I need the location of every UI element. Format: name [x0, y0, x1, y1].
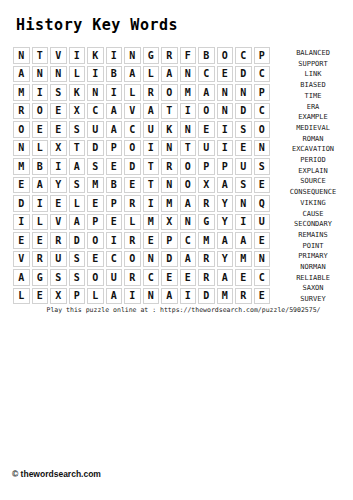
grid-cell[interactable]: E: [180, 269, 197, 286]
grid-cell[interactable]: I: [32, 195, 49, 212]
grid-cell[interactable]: R: [143, 84, 160, 101]
grid-cell[interactable]: O: [217, 47, 234, 64]
grid-cell[interactable]: R: [13, 103, 30, 120]
grid-cell[interactable]: D: [124, 158, 141, 175]
grid-cell[interactable]: R: [198, 251, 215, 268]
grid-cell[interactable]: C: [198, 66, 215, 83]
grid-cell[interactable]: E: [50, 121, 67, 138]
word-list-item: REMAINS: [276, 230, 350, 241]
grid-cell[interactable]: C: [124, 121, 141, 138]
grid-cell[interactable]: N: [254, 140, 271, 157]
grid-cell[interactable]: G: [32, 269, 49, 286]
grid-cell[interactable]: Y: [217, 214, 234, 231]
grid-cell[interactable]: V: [50, 214, 67, 231]
grid-cell[interactable]: A: [69, 214, 86, 231]
page-title: History Key Words: [16, 16, 178, 34]
grid-cell[interactable]: K: [87, 47, 104, 64]
grid-cell[interactable]: C: [254, 103, 271, 120]
grid-cell[interactable]: A: [13, 66, 30, 83]
grid-cell[interactable]: T: [143, 158, 160, 175]
word-list-item: SECONDARY: [276, 219, 350, 230]
grid-cell[interactable]: R: [124, 232, 141, 249]
grid-cell[interactable]: L: [87, 288, 104, 305]
grid-cell[interactable]: O: [32, 103, 49, 120]
grid-cell[interactable]: N: [87, 84, 104, 101]
grid-cell[interactable]: E: [106, 158, 123, 175]
grid-cell[interactable]: A: [13, 269, 30, 286]
grid-cell[interactable]: N: [13, 47, 30, 64]
grid-cell[interactable]: Y: [217, 251, 234, 268]
grid-cell[interactable]: I: [235, 214, 252, 231]
grid-cell[interactable]: V: [13, 251, 30, 268]
grid-cell[interactable]: M: [87, 177, 104, 194]
grid-cell[interactable]: G: [143, 47, 160, 64]
grid-cell[interactable]: E: [13, 177, 30, 194]
grid-cell[interactable]: P: [69, 288, 86, 305]
grid-cell[interactable]: U: [106, 269, 123, 286]
grid-cell[interactable]: N: [254, 251, 271, 268]
word-list-item: SUPPORT: [276, 59, 350, 70]
grid-cell[interactable]: D: [69, 232, 86, 249]
grid-cell[interactable]: R: [124, 195, 141, 212]
grid-cell[interactable]: E: [13, 232, 30, 249]
grid-cell[interactable]: N: [124, 47, 141, 64]
word-list-item: BALANCED: [276, 48, 350, 59]
grid-cell[interactable]: P: [106, 195, 123, 212]
grid-cell[interactable]: N: [50, 66, 67, 83]
grid-cell[interactable]: S: [235, 121, 252, 138]
word-list-item: TIME: [276, 91, 350, 102]
word-list-item: LINK: [276, 69, 350, 80]
grid-cell[interactable]: O: [180, 177, 197, 194]
grid-cell[interactable]: T: [161, 103, 178, 120]
grid-cell[interactable]: R: [32, 251, 49, 268]
grid-cell[interactable]: D: [235, 103, 252, 120]
grid-cell[interactable]: R: [198, 269, 215, 286]
grid-cell[interactable]: A: [161, 66, 178, 83]
grid-cell[interactable]: O: [124, 251, 141, 268]
grid-cell[interactable]: M: [161, 195, 178, 212]
grid-cell[interactable]: S: [50, 269, 67, 286]
word-list-item: EXPLAIN: [276, 166, 350, 177]
grid-cell[interactable]: I: [69, 47, 86, 64]
grid-cell[interactable]: P: [254, 84, 271, 101]
grid-cell[interactable]: L: [143, 66, 160, 83]
grid-cell[interactable]: K: [161, 121, 178, 138]
grid-cell[interactable]: N: [180, 66, 197, 83]
grid-cell[interactable]: U: [235, 158, 252, 175]
grid-cell[interactable]: T: [32, 47, 49, 64]
grid-cell[interactable]: L: [32, 214, 49, 231]
grid-cell[interactable]: V: [50, 47, 67, 64]
grid-cell[interactable]: I: [143, 195, 160, 212]
grid-cell[interactable]: E: [235, 269, 252, 286]
grid-cell[interactable]: S: [69, 121, 86, 138]
grid-cell[interactable]: B: [106, 177, 123, 194]
grid-cell[interactable]: A: [217, 232, 234, 249]
word-list-item: ERA: [276, 102, 350, 113]
grid-cell[interactable]: S: [69, 251, 86, 268]
grid-cell[interactable]: N: [217, 84, 234, 101]
grid-cell[interactable]: K: [69, 84, 86, 101]
grid-cell[interactable]: B: [198, 47, 215, 64]
word-list-item: EXCAVATION: [276, 144, 350, 155]
grid-cell[interactable]: E: [217, 66, 234, 83]
grid-cell[interactable]: I: [217, 121, 234, 138]
word-list-item: CONSEQUENCE: [276, 187, 350, 198]
grid-cell[interactable]: N: [180, 214, 197, 231]
grid-cell[interactable]: L: [69, 66, 86, 83]
word-search-grid: NTVIKINGRFBOCPANNLIBALANCEDCMISKNILROMAN…: [13, 47, 270, 304]
grid-cell[interactable]: E: [87, 195, 104, 212]
grid-cell[interactable]: C: [143, 269, 160, 286]
grid-cell[interactable]: P: [198, 158, 215, 175]
grid-cell[interactable]: A: [161, 288, 178, 305]
grid-cell[interactable]: E: [32, 288, 49, 305]
grid-cell[interactable]: E: [32, 121, 49, 138]
grid-cell[interactable]: M: [235, 251, 252, 268]
grid-cell[interactable]: S: [235, 177, 252, 194]
word-list-item: PERIOD: [276, 155, 350, 166]
word-list-item: NORMAN: [276, 262, 350, 273]
grid-cell[interactable]: A: [143, 103, 160, 120]
grid-cell[interactable]: X: [161, 214, 178, 231]
grid-cell[interactable]: Y: [217, 195, 234, 212]
grid-cell[interactable]: D: [87, 140, 104, 157]
grid-cell[interactable]: M: [13, 84, 30, 101]
word-list-item: CAUSE: [276, 209, 350, 220]
grid-cell[interactable]: O: [161, 84, 178, 101]
word-list-item: VIKING: [276, 198, 350, 209]
grid-cell[interactable]: A: [106, 103, 123, 120]
grid-cell[interactable]: O: [87, 232, 104, 249]
grid-cell[interactable]: P: [254, 47, 271, 64]
word-list-item: SAXON: [276, 283, 350, 294]
grid-cell[interactable]: A: [106, 288, 123, 305]
grid-cell[interactable]: D: [161, 251, 178, 268]
grid-cell[interactable]: N: [32, 66, 49, 83]
grid-cell[interactable]: T: [143, 177, 160, 194]
grid-cell[interactable]: I: [106, 84, 123, 101]
word-list-item: BIASED: [276, 80, 350, 91]
grid-cell[interactable]: O: [13, 121, 30, 138]
grid-cell[interactable]: I: [106, 47, 123, 64]
grid-cell[interactable]: M: [217, 288, 234, 305]
grid-cell[interactable]: E: [235, 140, 252, 157]
grid-cell[interactable]: P: [106, 140, 123, 157]
word-list-item: POINT: [276, 241, 350, 252]
grid-cell[interactable]: Y: [50, 177, 67, 194]
grid-cell[interactable]: C: [235, 47, 252, 64]
grid-cell[interactable]: R: [235, 288, 252, 305]
grid-cell[interactable]: M: [198, 232, 215, 249]
grid-cell[interactable]: D: [13, 195, 30, 212]
word-list-item: SOURCE: [276, 176, 350, 187]
grid-cell[interactable]: M: [13, 158, 30, 175]
word-list-item: EXAMPLE: [276, 112, 350, 123]
grid-cell[interactable]: E: [198, 121, 215, 138]
grid-cell[interactable]: E: [50, 195, 67, 212]
grid-cell[interactable]: E: [50, 103, 67, 120]
word-list-item: PRIMARY: [276, 251, 350, 262]
grid-cell[interactable]: Q: [254, 195, 271, 212]
grid-cell[interactable]: R: [161, 158, 178, 175]
grid-cell[interactable]: L: [69, 195, 86, 212]
grid-cell[interactable]: E: [143, 232, 160, 249]
word-list: BALANCEDSUPPORTLINKBIASEDTIMEERAEXAMPLEM…: [276, 48, 350, 305]
grid-cell[interactable]: I: [13, 214, 30, 231]
grid-cell[interactable]: E: [124, 177, 141, 194]
grid-cell[interactable]: O: [87, 269, 104, 286]
grid-cell[interactable]: M: [143, 214, 160, 231]
grid-cell[interactable]: C: [254, 66, 271, 83]
grid-cell[interactable]: A: [235, 232, 252, 249]
grid-cell[interactable]: A: [106, 121, 123, 138]
grid-cell[interactable]: A: [217, 269, 234, 286]
grid-cell[interactable]: U: [143, 121, 160, 138]
grid-cell[interactable]: R: [198, 195, 215, 212]
grid-cell[interactable]: U: [87, 121, 104, 138]
grid-cell[interactable]: N: [13, 140, 30, 157]
word-list-item: ROMAN: [276, 134, 350, 145]
grid-cell[interactable]: I: [180, 103, 197, 120]
grid-cell[interactable]: M: [180, 84, 197, 101]
copyright-text: © thewordsearch.com: [12, 469, 101, 479]
grid-cell[interactable]: O: [124, 140, 141, 157]
grid-cell[interactable]: S: [254, 158, 271, 175]
grid-cell[interactable]: C: [87, 103, 104, 120]
grid-cell[interactable]: A: [180, 195, 197, 212]
grid-cell[interactable]: I: [106, 232, 123, 249]
grid-cell[interactable]: R: [50, 232, 67, 249]
grid-cell[interactable]: A: [180, 251, 197, 268]
grid-cell[interactable]: N: [143, 251, 160, 268]
grid-cell[interactable]: X: [50, 140, 67, 157]
grid-cell[interactable]: A: [217, 177, 234, 194]
grid-cell[interactable]: U: [198, 140, 215, 157]
grid-cell[interactable]: N: [235, 84, 252, 101]
grid-cell[interactable]: O: [180, 158, 197, 175]
grid-cell[interactable]: P: [161, 232, 178, 249]
grid-cell[interactable]: V: [124, 103, 141, 120]
grid-cell[interactable]: L: [13, 288, 30, 305]
grid-cell[interactable]: S: [69, 177, 86, 194]
grid-cell[interactable]: U: [50, 251, 67, 268]
grid-cell[interactable]: N: [161, 140, 178, 157]
grid-cell[interactable]: C: [180, 232, 197, 249]
grid-cell[interactable]: O: [254, 121, 271, 138]
grid-cell[interactable]: P: [87, 214, 104, 231]
grid-cell[interactable]: A: [124, 66, 141, 83]
grid-cell[interactable]: T: [69, 140, 86, 157]
grid-cell[interactable]: X: [50, 288, 67, 305]
grid-cell[interactable]: E: [254, 177, 271, 194]
grid-cell[interactable]: B: [106, 66, 123, 83]
grid-cell[interactable]: T: [180, 140, 197, 157]
grid-cell[interactable]: A: [32, 177, 49, 194]
grid-cell[interactable]: R: [161, 47, 178, 64]
grid-cell[interactable]: E: [161, 269, 178, 286]
grid-cell[interactable]: E: [254, 232, 271, 249]
grid-cell[interactable]: E: [32, 232, 49, 249]
grid-cell[interactable]: L: [32, 140, 49, 157]
grid-cell[interactable]: C: [254, 269, 271, 286]
grid-cell[interactable]: O: [198, 103, 215, 120]
grid-cell[interactable]: I: [87, 66, 104, 83]
grid-cell[interactable]: N: [180, 121, 197, 138]
grid-cell[interactable]: I: [32, 84, 49, 101]
play-online-text: Play this puzzle online at : https://the…: [0, 306, 353, 314]
grid-cell[interactable]: A: [69, 158, 86, 175]
grid-cell[interactable]: I: [217, 140, 234, 157]
grid-cell[interactable]: N: [143, 288, 160, 305]
grid-cell[interactable]: A: [198, 84, 215, 101]
word-list-item: MEDIEVAL: [276, 123, 350, 134]
grid-cell[interactable]: P: [217, 158, 234, 175]
grid-cell[interactable]: N: [161, 177, 178, 194]
grid-cell[interactable]: R: [124, 269, 141, 286]
grid-cell[interactable]: B: [32, 158, 49, 175]
grid-cell[interactable]: L: [124, 214, 141, 231]
word-list-item: SURVEY: [276, 294, 350, 305]
grid-cell[interactable]: X: [198, 177, 215, 194]
grid-cell[interactable]: E: [106, 214, 123, 231]
grid-cell[interactable]: I: [180, 288, 197, 305]
grid-cell[interactable]: N: [217, 103, 234, 120]
grid-cell[interactable]: S: [69, 269, 86, 286]
grid-cell[interactable]: C: [106, 251, 123, 268]
grid-cell[interactable]: F: [180, 47, 197, 64]
grid-cell[interactable]: D: [235, 66, 252, 83]
grid-cell[interactable]: I: [143, 140, 160, 157]
grid-cell[interactable]: U: [254, 214, 271, 231]
grid-cell[interactable]: D: [198, 288, 215, 305]
word-list-item: RELIABLE: [276, 273, 350, 284]
grid-cell[interactable]: E: [254, 288, 271, 305]
grid-cell[interactable]: X: [69, 103, 86, 120]
grid-cell[interactable]: I: [50, 158, 67, 175]
grid-cell[interactable]: S: [87, 158, 104, 175]
grid-cell[interactable]: E: [87, 251, 104, 268]
grid-cell[interactable]: I: [124, 288, 141, 305]
grid-cell[interactable]: G: [198, 214, 215, 231]
grid-cell[interactable]: L: [124, 84, 141, 101]
grid-cell[interactable]: S: [50, 84, 67, 101]
grid-cell[interactable]: N: [235, 195, 252, 212]
